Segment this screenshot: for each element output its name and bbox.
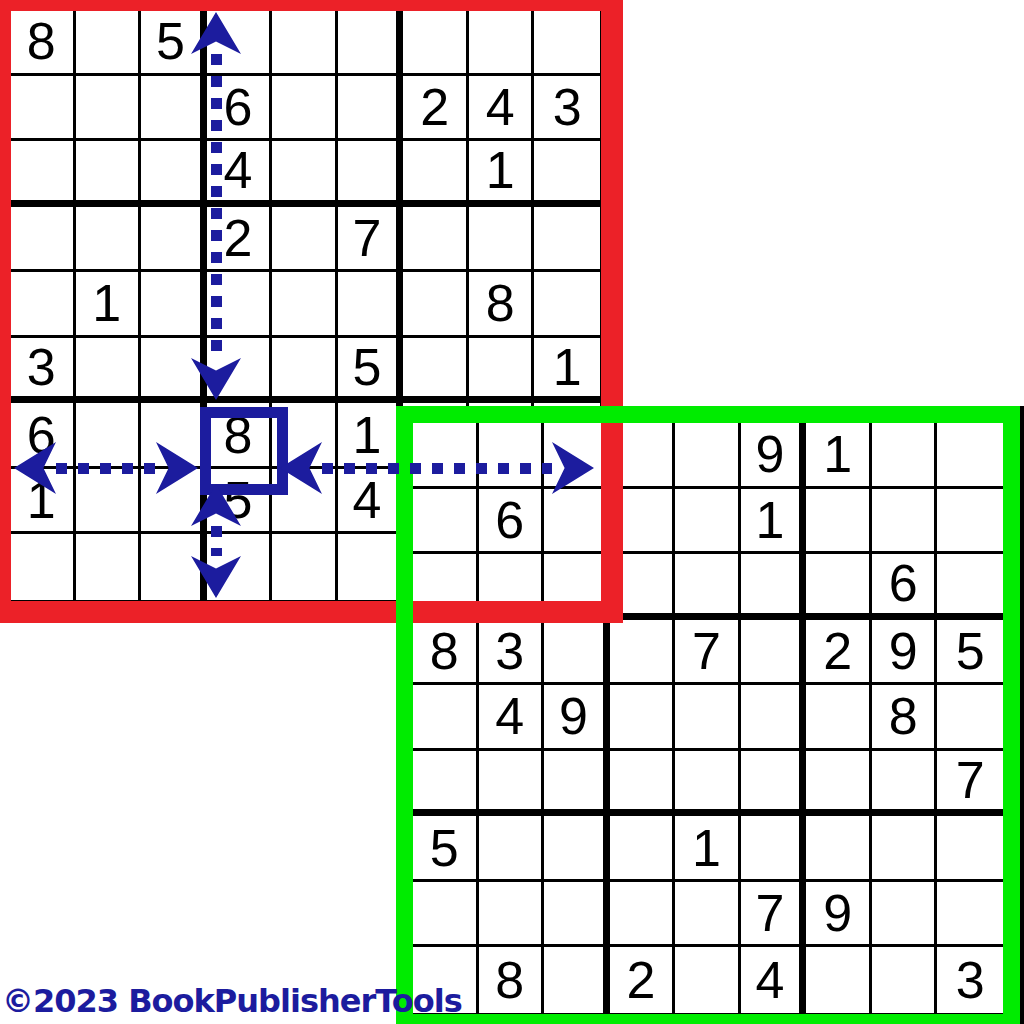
row-scan-dash-right bbox=[322, 463, 552, 474]
row-scan-dash-left bbox=[56, 463, 156, 474]
column-scan-dash-below bbox=[211, 526, 222, 556]
highlighted-cell-outline bbox=[200, 407, 288, 495]
column-scan-dash-above bbox=[211, 54, 222, 358]
green-grid-frame bbox=[396, 406, 1020, 1024]
copyright-text: ©2023 BookPublisherTools bbox=[2, 982, 462, 1020]
green-grid-outer-black-edge bbox=[1020, 406, 1024, 1024]
